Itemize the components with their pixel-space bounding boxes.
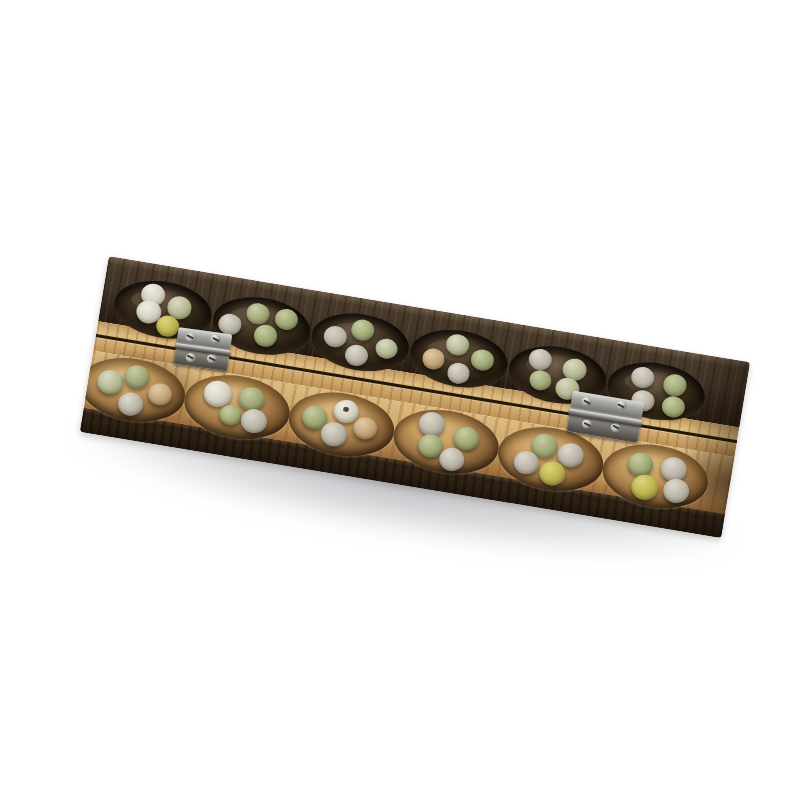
seed-gray: [116, 391, 144, 418]
seed-green: [662, 373, 688, 398]
seed-gray: [662, 477, 692, 505]
seed-green: [253, 323, 279, 348]
seed-palegreen: [95, 368, 125, 396]
seed-palegreen: [444, 332, 470, 357]
hinge-screw-icon: [581, 396, 592, 407]
product-photo-scene: [0, 0, 800, 800]
hinge-screw-icon: [615, 400, 626, 411]
hinge-screw-icon: [582, 419, 593, 430]
hinge-screw-icon: [185, 352, 196, 362]
seed-gray: [239, 407, 269, 435]
seed-green: [349, 318, 375, 343]
hinge-left-icon: [174, 327, 233, 371]
seed-gray: [446, 362, 471, 386]
seed-tan: [146, 381, 173, 407]
seed-gray: [629, 365, 655, 390]
seed-tan: [352, 415, 379, 441]
seed-green: [244, 302, 270, 327]
seed-green: [660, 394, 686, 419]
seed-green: [273, 308, 299, 333]
seed-palegreen: [374, 337, 399, 361]
hinge-screw-icon: [207, 354, 218, 364]
seed-gray: [322, 325, 348, 350]
seed-green: [122, 363, 150, 390]
seed-tan: [420, 347, 445, 371]
seed-hole: [343, 406, 349, 412]
seed-white: [140, 282, 167, 308]
seed-gray: [343, 343, 369, 368]
seed-green: [528, 368, 553, 392]
seed-green: [626, 450, 654, 477]
hinge-screw-icon: [184, 332, 195, 342]
hinge-screw-icon: [610, 422, 621, 433]
seed-green: [469, 348, 495, 373]
hinge-screw-icon: [210, 334, 221, 344]
seed-yellow: [630, 473, 661, 502]
seed-gray: [527, 347, 553, 372]
